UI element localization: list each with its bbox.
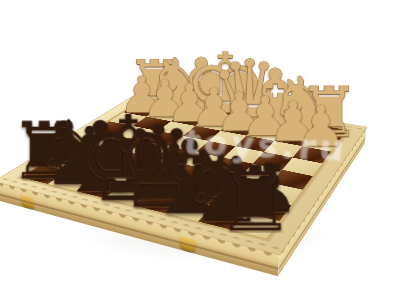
square-b6 bbox=[227, 176, 271, 197]
square-d6 bbox=[167, 164, 210, 183]
square-a5 bbox=[271, 170, 313, 190]
square-c6 bbox=[197, 170, 240, 190]
square-a4 bbox=[282, 157, 322, 176]
square-d5 bbox=[182, 152, 223, 170]
square-c5 bbox=[211, 158, 253, 177]
square-f6 bbox=[112, 152, 155, 170]
square-a6 bbox=[259, 183, 303, 205]
product-photo: ♜♞♝♛♚♝♞♜♟♟♟♟♟♟♟♟♟♟♟♟♟♟♟♟♜♞♝♛♚♝♞♜ toys.ru bbox=[0, 0, 400, 300]
brass-latch bbox=[180, 236, 197, 253]
square-b5 bbox=[240, 164, 282, 183]
square-b4 bbox=[252, 152, 292, 170]
square-e6 bbox=[139, 158, 182, 177]
brass-latch bbox=[20, 194, 35, 209]
